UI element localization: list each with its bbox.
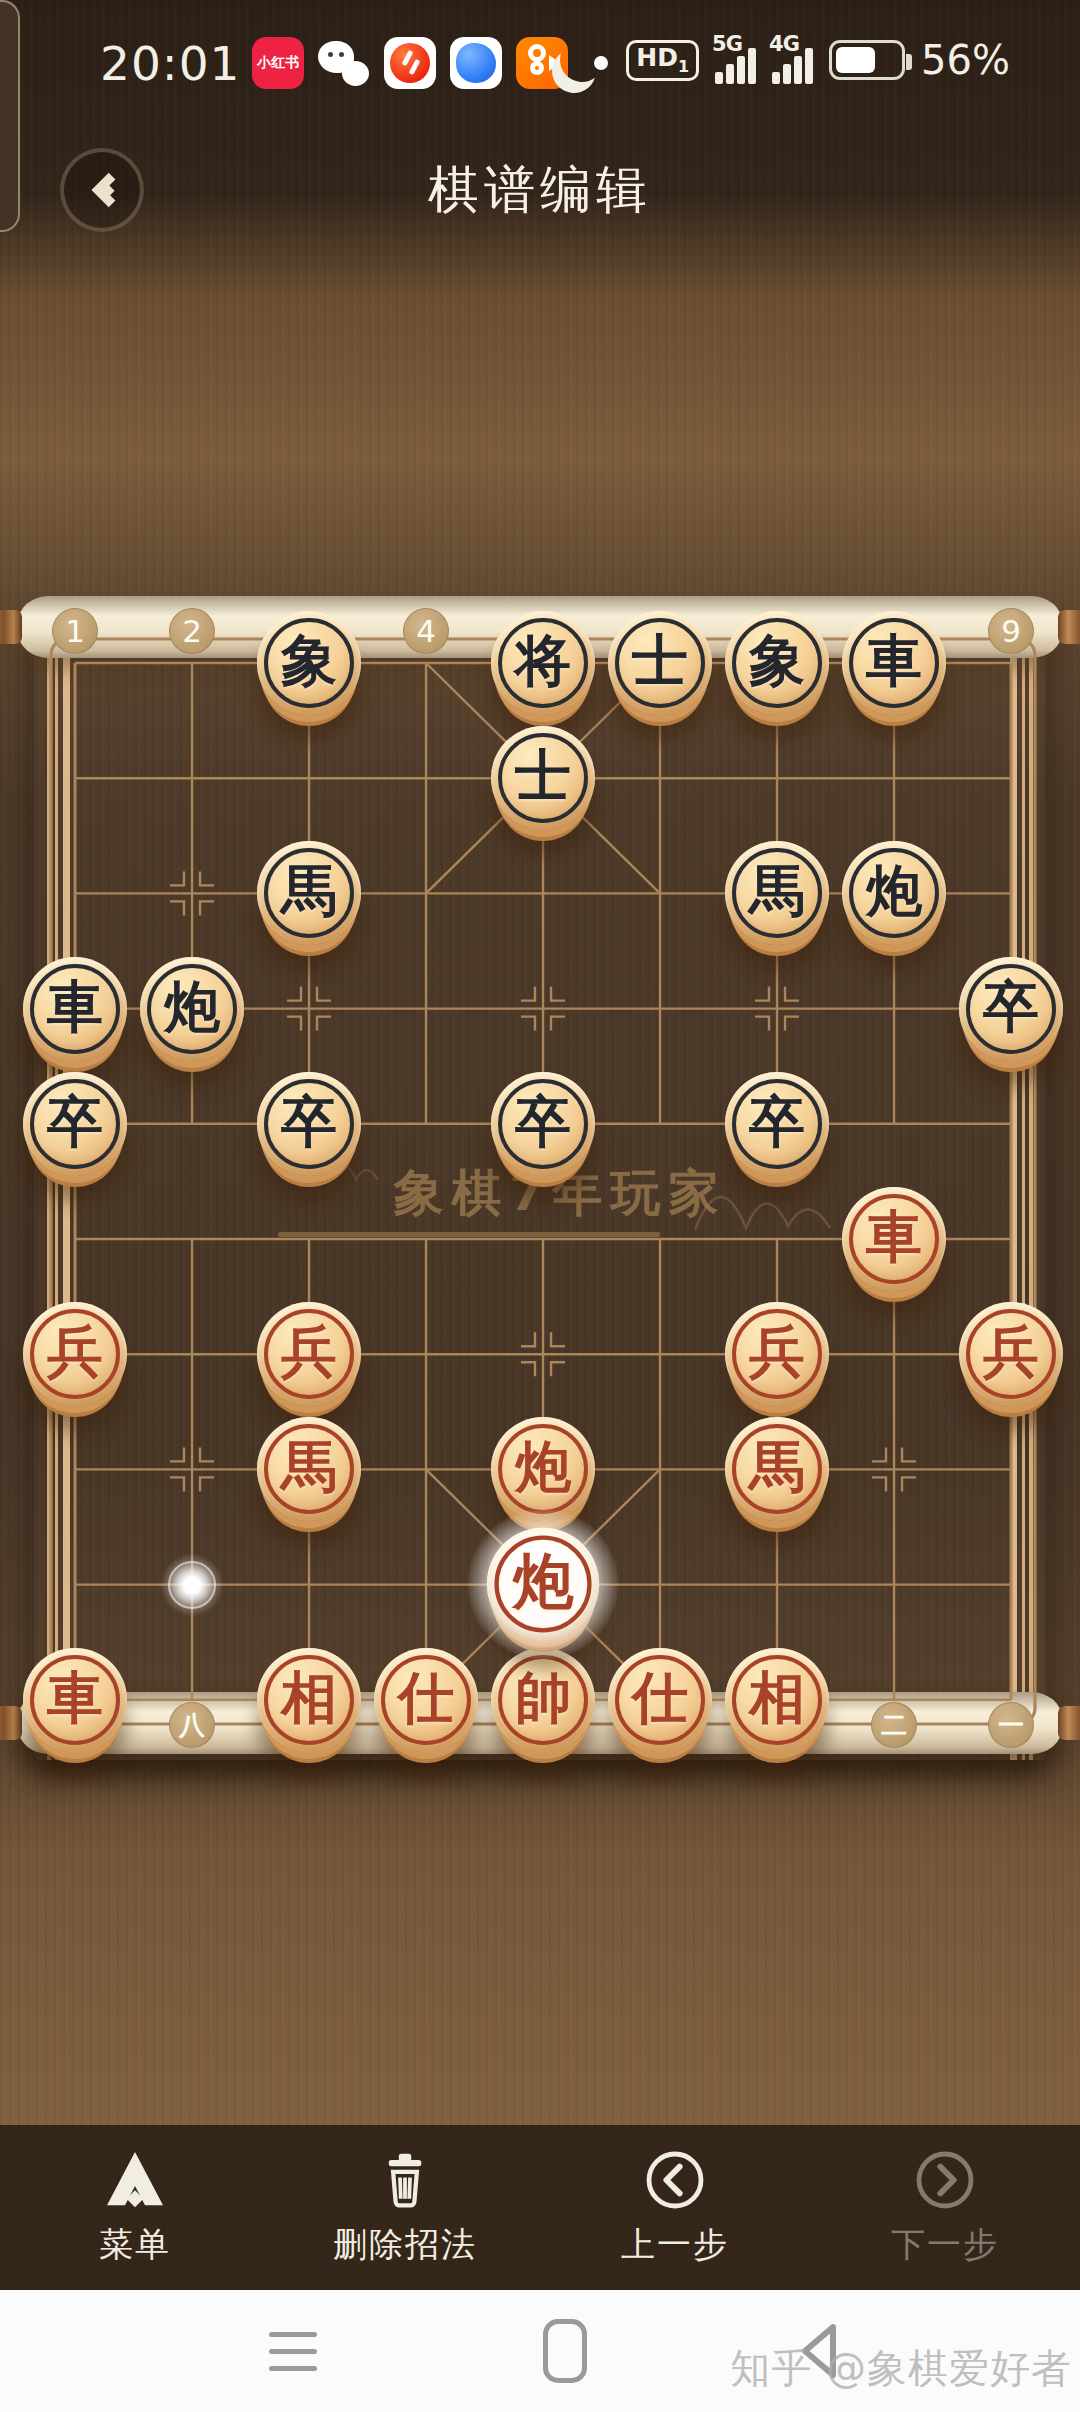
piece-black-卒-file3-rank4[interactable]: 卒 (257, 1072, 361, 1176)
menu-button[interactable]: 菜单 (0, 2125, 270, 2290)
piece-black-炮-file8-rank2[interactable]: 炮 (842, 841, 946, 945)
next-circle-icon (913, 2148, 977, 2212)
piece-black-将-file5-rank0[interactable]: 将 (491, 611, 595, 715)
piece-black-卒-file9-rank3[interactable]: 卒 (959, 957, 1063, 1061)
page-title: 棋谱编辑 (0, 156, 1080, 225)
piece-red-兵-file9-rank6[interactable]: 兵 (959, 1302, 1063, 1406)
piece-character: 卒 (749, 1094, 805, 1150)
piece-character: 炮 (515, 1439, 571, 1495)
android-nav-bar: 知乎 @象棋爱好者 (0, 2290, 1080, 2412)
piece-character: 炮 (164, 979, 220, 1035)
piece-character: 士 (515, 748, 571, 804)
piece-red-炮-file5-rank8[interactable]: 炮 (487, 1528, 599, 1640)
xiangqi-board: 象棋7年玩家 1249八二一 象将士象車士馬馬炮車炮卒卒卒卒卒車兵兵兵兵馬炮馬炮… (30, 580, 1050, 1780)
blue-quark-app-icon (450, 37, 502, 89)
piece-character: 車 (47, 979, 103, 1035)
piece-black-馬-file7-rank2[interactable]: 馬 (725, 841, 829, 945)
piece-red-相-file7-rank9[interactable]: 相 (725, 1648, 829, 1752)
piece-character: 仕 (398, 1670, 454, 1726)
piece-character: 卒 (281, 1094, 337, 1150)
piece-character: 卒 (515, 1094, 571, 1150)
night-mode-moon-icon (555, 32, 610, 87)
pieces-grid: 象将士象車士馬馬炮車炮卒卒卒卒卒車兵兵兵兵馬炮馬炮車相仕帥仕相 (17, 605, 1070, 1757)
title-bar: 棋谱编辑 (0, 140, 1080, 260)
piece-character: 馬 (749, 863, 805, 919)
phone-screen: 20:01 小红书 HD1 5G 4G 56% (0, 0, 1080, 2412)
piece-character: 車 (866, 1209, 922, 1265)
piece-character: 帥 (515, 1670, 571, 1726)
piece-red-仕-file6-rank9[interactable]: 仕 (608, 1648, 712, 1752)
status-bar: 20:01 小红书 HD1 5G 4G 56% (0, 0, 1080, 110)
piece-character: 卒 (983, 979, 1039, 1035)
battery-percent: 56% (921, 37, 1010, 83)
piece-black-士-file5-rank1[interactable]: 士 (491, 726, 595, 830)
piece-black-卒-file7-rank4[interactable]: 卒 (725, 1072, 829, 1176)
piece-black-卒-file1-rank4[interactable]: 卒 (23, 1072, 127, 1176)
notification-icons: 小红书 (252, 37, 608, 89)
signal-4g-icon: 4G (772, 36, 813, 84)
red-circle-app-icon (384, 37, 436, 89)
volte-hd-icon: HD1 (626, 40, 699, 81)
zhihu-watermark: 知乎 @象棋爱好者 (730, 2341, 1072, 2396)
piece-black-象-file7-rank0[interactable]: 象 (725, 611, 829, 715)
piece-character: 馬 (749, 1439, 805, 1495)
piece-character: 仕 (632, 1670, 688, 1726)
piece-red-兵-file3-rank6[interactable]: 兵 (257, 1302, 361, 1406)
recents-icon[interactable] (248, 2290, 338, 2412)
signal-5g-icon: 5G (715, 36, 756, 84)
piece-red-炮-file5-rank7[interactable]: 炮 (491, 1417, 595, 1521)
piece-black-馬-file3-rank2[interactable]: 馬 (257, 841, 361, 945)
piece-character: 相 (749, 1670, 805, 1726)
next-step-button[interactable]: 下一步 (810, 2125, 1080, 2290)
piece-character: 象 (749, 633, 805, 689)
piece-character: 兵 (749, 1324, 805, 1380)
home-icon[interactable] (520, 2290, 610, 2412)
piece-red-兵-file7-rank6[interactable]: 兵 (725, 1302, 829, 1406)
piece-character: 象 (281, 633, 337, 689)
menu-logo-icon (102, 2148, 168, 2212)
piece-character: 車 (866, 633, 922, 689)
piece-character: 炮 (513, 1552, 573, 1612)
previous-step-button[interactable]: 上一步 (540, 2125, 810, 2290)
piece-red-帥-file5-rank9[interactable]: 帥 (491, 1648, 595, 1752)
piece-red-馬-file3-rank7[interactable]: 馬 (257, 1417, 361, 1521)
piece-black-炮-file2-rank3[interactable]: 炮 (140, 957, 244, 1061)
piece-character: 馬 (281, 863, 337, 919)
piece-red-相-file3-rank9[interactable]: 相 (257, 1648, 361, 1752)
clock: 20:01 (100, 36, 240, 91)
delete-move-button[interactable]: 删除招法 (270, 2125, 540, 2290)
piece-character: 兵 (281, 1324, 337, 1380)
piece-character: 馬 (281, 1439, 337, 1495)
wechat-icon (318, 37, 370, 89)
piece-character: 車 (47, 1670, 103, 1726)
prev-circle-icon (643, 2148, 707, 2212)
piece-character: 将 (515, 633, 571, 689)
piece-black-士-file6-rank0[interactable]: 士 (608, 611, 712, 715)
piece-red-仕-file4-rank9[interactable]: 仕 (374, 1648, 478, 1752)
piece-black-象-file3-rank0[interactable]: 象 (257, 611, 361, 715)
piece-black-卒-file5-rank4[interactable]: 卒 (491, 1072, 595, 1176)
piece-character: 兵 (983, 1324, 1039, 1380)
piece-black-車-file1-rank3[interactable]: 車 (23, 957, 127, 1061)
piece-black-車-file8-rank0[interactable]: 車 (842, 611, 946, 715)
xiaohongshu-icon: 小红书 (252, 37, 304, 89)
battery-icon (829, 40, 905, 80)
piece-red-車-file8-rank5[interactable]: 車 (842, 1187, 946, 1291)
piece-character: 卒 (47, 1094, 103, 1150)
bottom-toolbar: 菜单 删除招法 上一步 下一步 (0, 2125, 1080, 2290)
piece-red-兵-file1-rank6[interactable]: 兵 (23, 1302, 127, 1406)
piece-character: 炮 (866, 863, 922, 919)
piece-character: 兵 (47, 1324, 103, 1380)
status-right: HD1 5G 4G 56% (560, 30, 1010, 90)
piece-red-馬-file7-rank7[interactable]: 馬 (725, 1417, 829, 1521)
piece-character: 相 (281, 1670, 337, 1726)
piece-red-車-file1-rank9[interactable]: 車 (23, 1648, 127, 1752)
trash-icon (375, 2148, 435, 2212)
piece-character: 士 (632, 633, 688, 689)
